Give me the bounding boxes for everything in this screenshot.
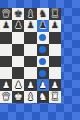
black-pawn[interactable]: ♟ [39,21,47,30]
black-bishop[interactable]: ♝ [26,9,35,19]
black-pawn[interactable]: ♟ [14,21,22,30]
square-d5[interactable] [0,44,12,56]
square-g3[interactable] [37,67,49,79]
square-f8[interactable]: ♝ [24,8,36,20]
square-d3[interactable] [0,67,12,79]
square-f5[interactable] [24,44,36,56]
square-e6[interactable] [12,32,24,44]
square-h3[interactable] [49,67,61,79]
white-pawn[interactable]: ♟ [39,81,47,90]
square-g1[interactable]: ♞ [37,91,49,103]
square-e1[interactable]: ♚ [12,91,24,103]
black-pawn[interactable]: ♟ [2,21,10,30]
square-e2[interactable]: ♟ [12,79,24,91]
square-e7[interactable]: ♟ [12,20,24,32]
square-g5[interactable] [37,44,49,56]
white-pawn[interactable]: ♟ [51,81,59,90]
black-queen[interactable]: ♛ [2,9,11,19]
square-g2[interactable]: ♟ [37,79,49,91]
black-pawn[interactable]: ♟ [26,21,34,30]
square-g4[interactable] [37,56,49,68]
square-h4[interactable] [49,56,61,68]
move-dot [39,58,46,65]
square-d4[interactable] [0,56,12,68]
move-dot [39,46,46,53]
black-rook[interactable]: ♜ [50,9,59,19]
black-pawn[interactable]: ♟ [51,21,59,30]
white-queen[interactable]: ♛ [2,92,11,102]
square-h1[interactable]: ♜ [49,91,61,103]
square-h5[interactable] [49,44,61,56]
square-h2[interactable]: ♟ [49,79,61,91]
white-pawn[interactable]: ♟ [14,81,22,90]
square-e3[interactable] [12,67,24,79]
square-d1[interactable]: ♛ [0,91,12,103]
square-e8[interactable]: ♚ [12,8,24,20]
square-f6[interactable] [24,32,36,44]
square-h7[interactable]: ♟ [49,20,61,32]
white-pawn[interactable]: ♟ [26,81,34,90]
square-f3[interactable] [24,67,36,79]
square-d8[interactable]: ♛ [0,8,12,20]
square-g6[interactable] [37,32,49,44]
white-knight[interactable]: ♞ [38,92,47,102]
square-f1[interactable]: ♝ [24,91,36,103]
chess-board: ♛♚♝♞♜♟♟♟♟♟♟♟♟♟♟♛♚♝♞♜ [0,8,61,103]
square-e5[interactable] [12,44,24,56]
square-h8[interactable]: ♜ [49,8,61,20]
white-bishop[interactable]: ♝ [26,92,35,102]
black-king[interactable]: ♚ [14,9,23,19]
square-f2[interactable]: ♟ [24,79,36,91]
square-g7[interactable]: ♟ [37,20,49,32]
square-h6[interactable] [49,32,61,44]
app-background: ♛♚♝♞♜♟♟♟♟♟♟♟♟♟♟♛♚♝♞♜ [0,0,80,120]
square-d6[interactable] [0,32,12,44]
square-g8[interactable]: ♞ [37,8,49,20]
black-knight[interactable]: ♞ [38,9,47,19]
square-e4[interactable] [12,56,24,68]
white-rook[interactable]: ♜ [50,92,59,102]
white-king[interactable]: ♚ [14,92,23,102]
square-d7[interactable]: ♟ [0,20,12,32]
square-f4[interactable] [24,56,36,68]
move-dot [39,34,46,41]
white-pawn[interactable]: ♟ [2,81,10,90]
square-f7[interactable]: ♟ [24,20,36,32]
move-dot [39,70,46,77]
square-d2[interactable]: ♟ [0,79,12,91]
